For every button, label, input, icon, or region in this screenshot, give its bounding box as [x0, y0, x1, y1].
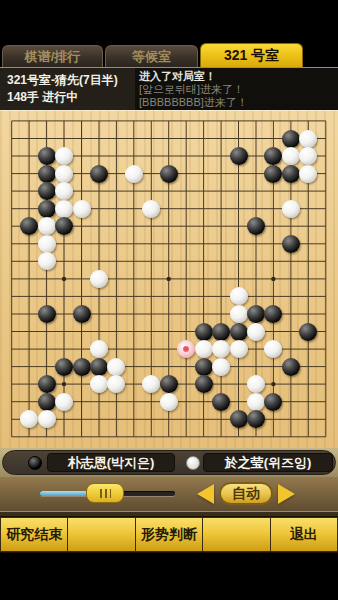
stone-black: [230, 323, 248, 341]
stone-white: [55, 393, 73, 411]
replay-controls: 自动: [0, 477, 338, 511]
white-player-name: 於之莹(위즈잉): [203, 453, 333, 472]
stone-black: [282, 358, 300, 376]
stone-black: [38, 182, 56, 200]
stone-white: [282, 147, 300, 165]
chat-message: [BBBBBBBB]进来了！: [139, 96, 338, 109]
stone-white: [73, 200, 91, 218]
white-stone-indicator: [186, 456, 200, 470]
chat-message: [앞으로뒤태]进来了！: [139, 83, 338, 96]
bottom-black-area: [0, 553, 338, 600]
stone-white: [247, 323, 265, 341]
stone-white: [247, 375, 265, 393]
stone-white: [230, 287, 248, 305]
stone-black: [73, 358, 91, 376]
stone-white: [230, 305, 248, 323]
tab-waiting-room[interactable]: 等候室: [105, 45, 198, 67]
stone-white: [195, 340, 213, 358]
stone-black: [73, 305, 91, 323]
stone-black: [230, 410, 248, 428]
stone-white: [38, 217, 56, 235]
room-info: 321号室-猜先(7目半) 148手 进行中: [0, 68, 135, 110]
move-slider-thumb[interactable]: [86, 483, 124, 503]
blank-button-1[interactable]: [68, 517, 135, 552]
stone-white: [55, 165, 73, 183]
blank-button-2[interactable]: [203, 517, 270, 552]
app-screen: 棋谱/排行 等候室 321 号室 321号室-猜先(7目半) 148手 进行中 …: [0, 0, 338, 600]
tab-bar: 棋谱/排行 等候室 321 号室: [0, 45, 338, 68]
stone-black: [230, 147, 248, 165]
stone-black: [195, 358, 213, 376]
position-judge-button[interactable]: 形势判断: [136, 517, 203, 552]
stone-black: [38, 375, 56, 393]
go-board[interactable]: [0, 110, 338, 448]
black-stone-indicator: [28, 456, 42, 470]
status-bar: [0, 0, 338, 45]
stone-white: [55, 182, 73, 200]
stone-white: [90, 340, 108, 358]
stone-white: [90, 375, 108, 393]
move-status: 148手 进行中: [7, 89, 135, 106]
stone-black: [264, 393, 282, 411]
stone-black: [90, 358, 108, 376]
tab-room-321[interactable]: 321 号室: [200, 43, 303, 67]
stone-black: [282, 165, 300, 183]
stone-white: [299, 165, 317, 183]
stone-black: [38, 165, 56, 183]
chat-message: 进入了对局室！: [139, 70, 338, 83]
stone-white: [282, 200, 300, 218]
stone-white: [247, 393, 265, 411]
prev-move-button[interactable]: [197, 484, 214, 504]
stone-black: [195, 323, 213, 341]
stone-white: [299, 130, 317, 148]
stone-black: [282, 130, 300, 148]
stone-white: [38, 252, 56, 270]
stone-white: [90, 270, 108, 288]
end-research-button[interactable]: 研究结束: [0, 517, 68, 552]
stone-white: [38, 235, 56, 253]
move-slider-fill: [40, 491, 90, 496]
stone-black: [38, 200, 56, 218]
stone-black: [160, 165, 178, 183]
stone-white: [38, 410, 56, 428]
stone-white: [160, 393, 178, 411]
chat-panel[interactable]: 进入了对局室！ [앞으로뒤태]进来了！ [BBBBBBBB]进来了！: [135, 68, 338, 110]
stone-black: [38, 147, 56, 165]
exit-button[interactable]: 退出: [271, 517, 338, 552]
stone-black: [90, 165, 108, 183]
stone-black: [212, 323, 230, 341]
stone-white: [55, 147, 73, 165]
black-player-name: 朴志恩(박지은): [47, 453, 175, 472]
bottom-button-bar: 研究结束 形势判断 退出: [0, 517, 338, 553]
stone-black: [264, 165, 282, 183]
stone-black: [38, 393, 56, 411]
stone-black: [160, 375, 178, 393]
stone-black: [38, 305, 56, 323]
stone-white: [230, 340, 248, 358]
stone-black: [212, 393, 230, 411]
room-title: 321号室-猜先(7目半): [7, 72, 135, 89]
slider-grip-icon: [100, 489, 111, 498]
info-strip: 321号室-猜先(7目半) 148手 进行中 进入了对局室！ [앞으로뒤태]进来…: [0, 68, 338, 110]
player-bar: 朴志恩(박지은) 於之莹(위즈잉): [2, 450, 336, 475]
next-move-button[interactable]: [278, 484, 295, 504]
stone-black: [299, 323, 317, 341]
stone-white: [125, 165, 143, 183]
tab-kifu-ranking[interactable]: 棋谱/排行: [2, 45, 103, 67]
stone-white: [142, 200, 160, 218]
player-strip: 朴志恩(박지은) 於之莹(위즈잉): [0, 448, 338, 477]
stone-white: [212, 358, 230, 376]
stone-white: [107, 358, 125, 376]
stone-black: [55, 358, 73, 376]
stone-white: [55, 200, 73, 218]
stone-black: [282, 235, 300, 253]
auto-play-button[interactable]: 自动: [219, 482, 273, 505]
stone-black: [247, 305, 265, 323]
stone-black: [195, 375, 213, 393]
